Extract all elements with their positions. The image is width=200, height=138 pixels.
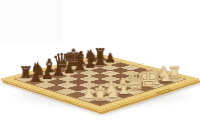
- piece-black-king: ♚: [63, 46, 77, 70]
- brass-hinge-icon: [119, 103, 129, 106]
- brass-latch: [156, 89, 174, 94]
- brass-side-hinge-icon: [62, 100, 73, 103]
- chess-board-squares: ♜♞♝♛♚♝♞♜♟♟♟♟♟♟♟♟♟♟♟♟♟♟♟♟♜♞♝♛♚♝♞♜: [15, 58, 185, 106]
- piece-black-bishop: ♝: [73, 49, 87, 67]
- piece-black-rook: ♜: [18, 65, 33, 81]
- piece-black-rook: ♜: [93, 47, 107, 62]
- piece-white-rook: ♜: [167, 65, 182, 81]
- chess-board: ♜♞♝♛♚♝♞♜♟♟♟♟♟♟♟♟♟♟♟♟♟♟♟♟♜♞♝♛♚♝♞♜: [1, 54, 199, 110]
- piece-black-knight: ♞: [83, 48, 97, 65]
- piece-black-bishop: ♝: [41, 57, 56, 76]
- product-photo: ♜♞♝♛♚♝♞♜♟♟♟♟♟♟♟♟♟♟♟♟♟♟♟♟♜♞♝♛♚♝♞♜: [0, 0, 200, 138]
- piece-white-bishop: ♝: [147, 68, 162, 87]
- piece-white-pawn: ♟: [155, 64, 170, 78]
- piece-black-knight: ♞: [30, 60, 45, 78]
